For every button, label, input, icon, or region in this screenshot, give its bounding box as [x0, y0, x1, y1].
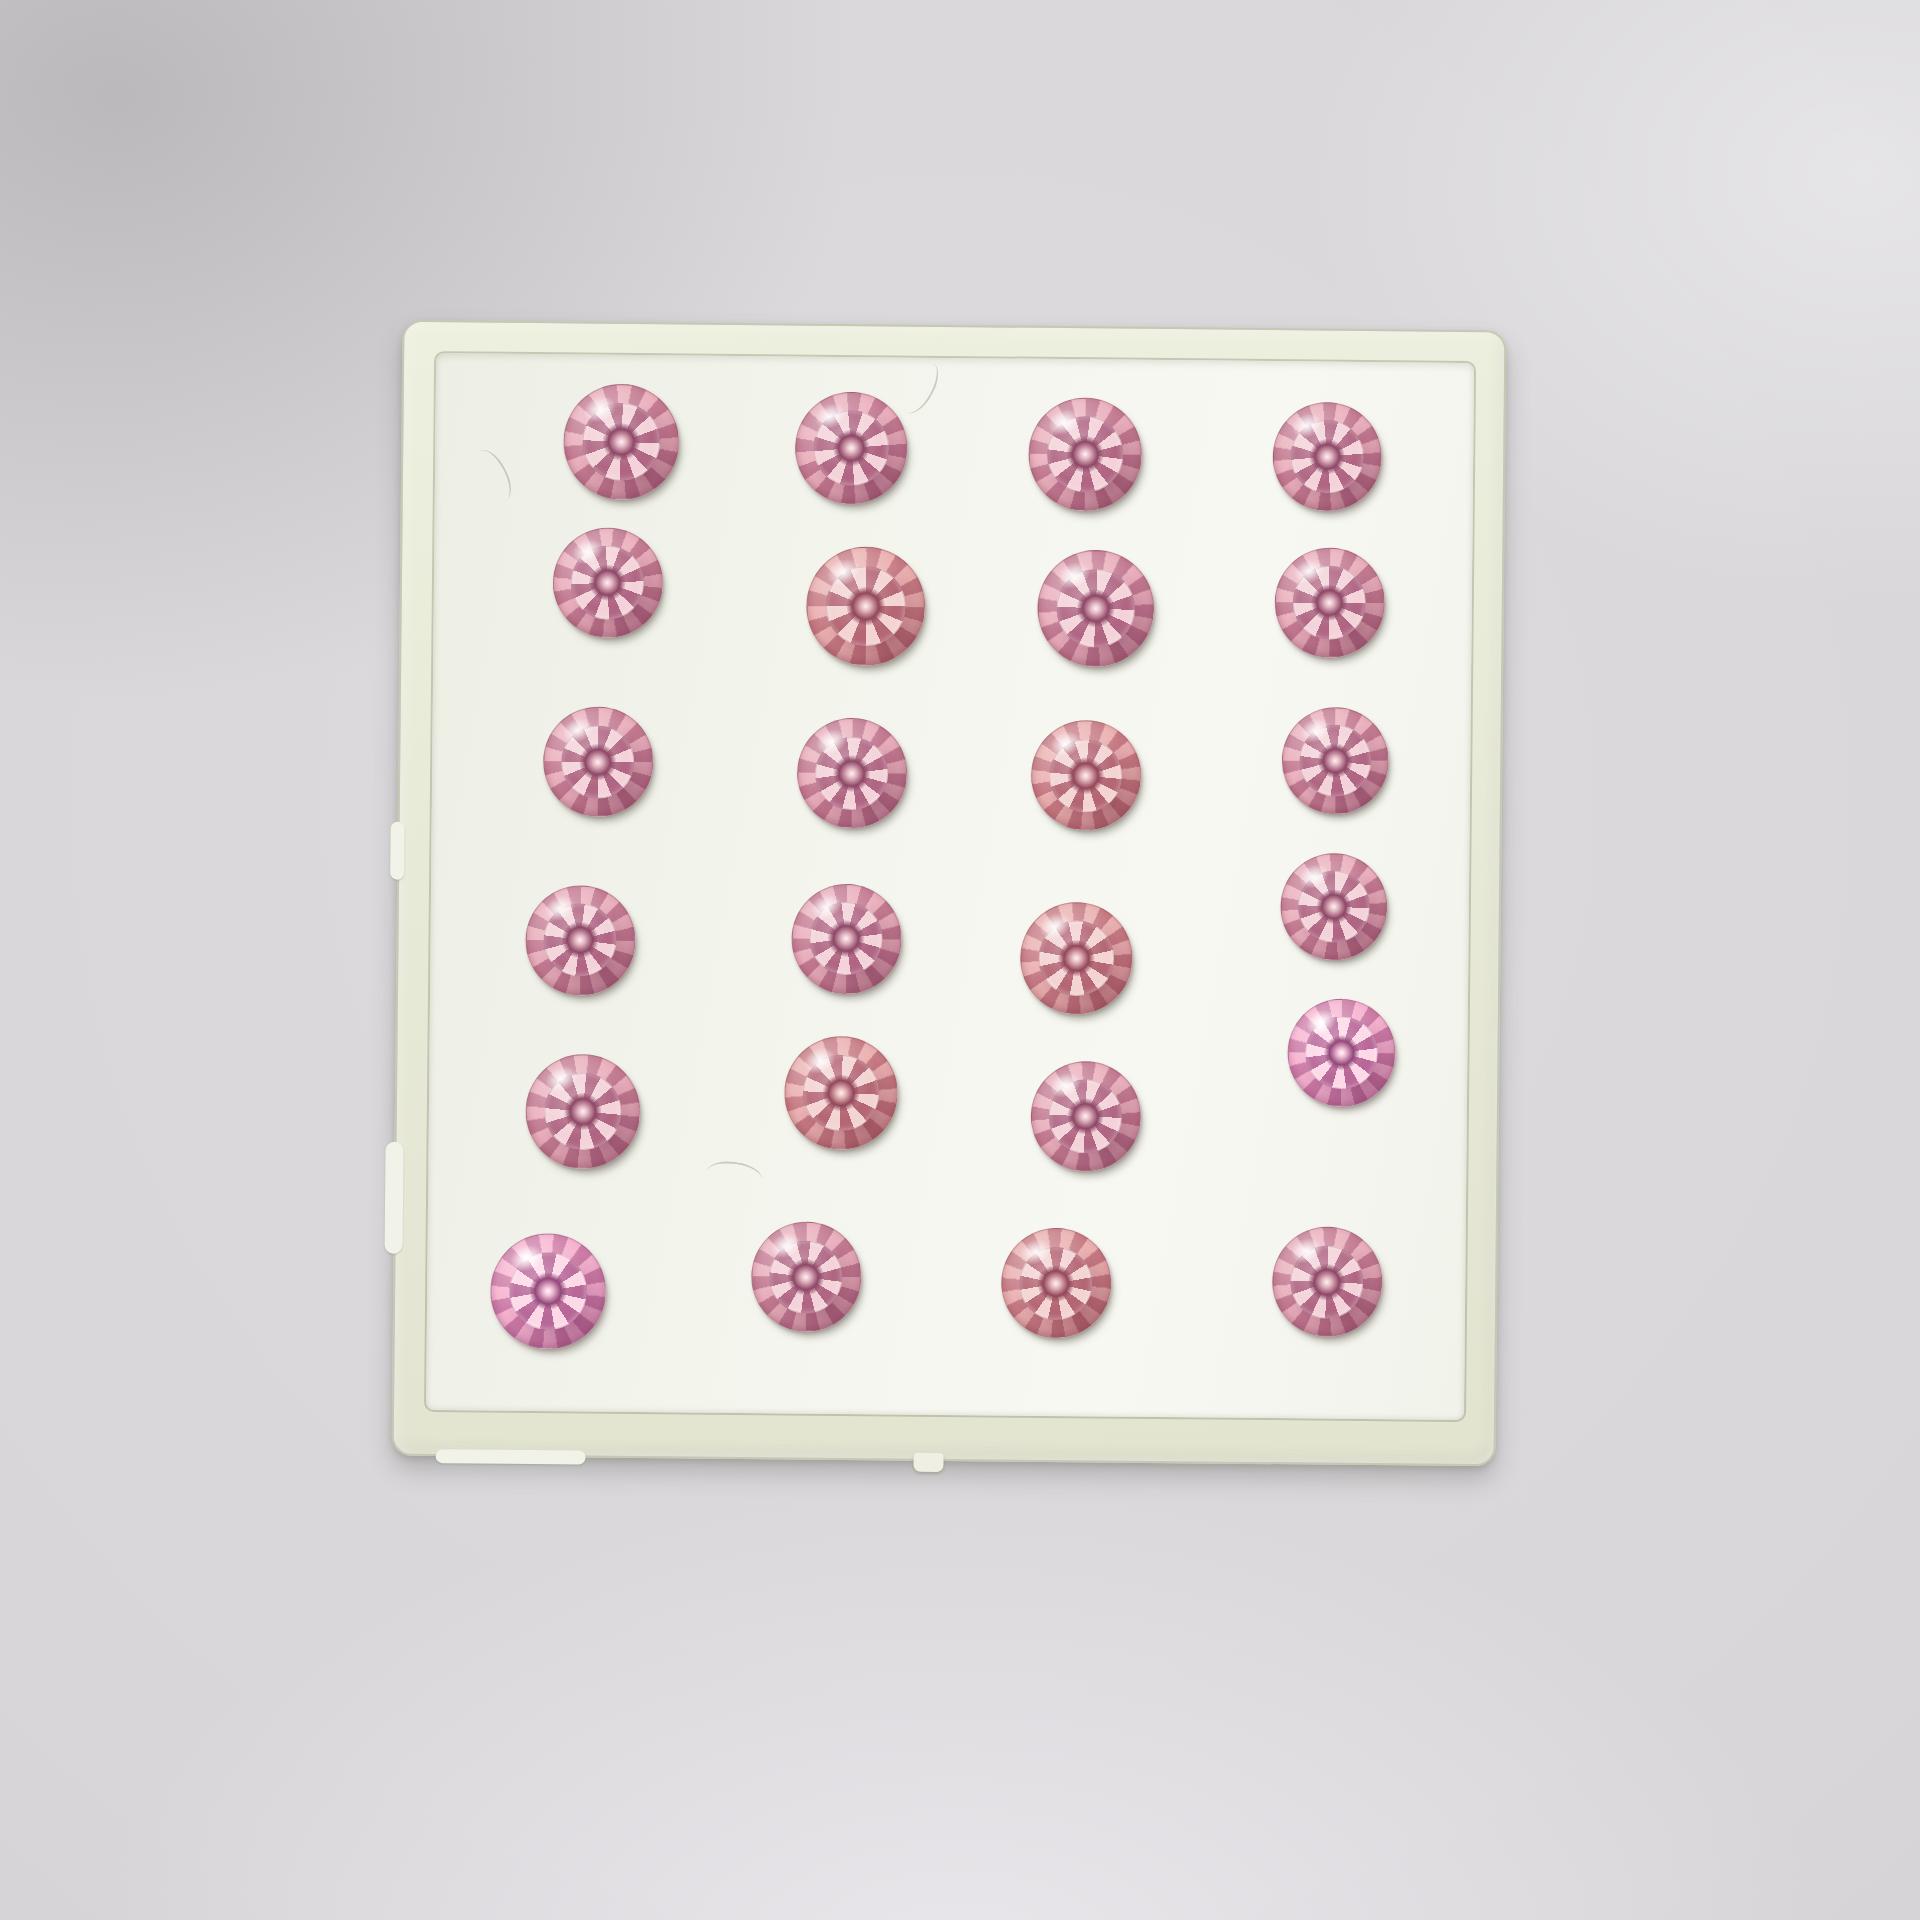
gem-culet [1308, 438, 1345, 475]
gem-stud-r2c1 [552, 527, 663, 638]
foam-insert [426, 353, 1474, 1420]
gem-stud-r2c2 [805, 546, 925, 666]
gem-stud-r4c4 [1280, 852, 1388, 960]
gem-culet [1323, 1035, 1359, 1071]
gem-culet [563, 1092, 602, 1131]
gem-grid [463, 355, 1461, 1368]
gem-culet [1076, 589, 1115, 628]
gem-culet [601, 422, 640, 461]
box-edge-chip [385, 1142, 404, 1254]
gem-stud-r3c1 [542, 706, 653, 817]
gem-stud-r1c1 [563, 383, 680, 500]
gem-stud-r1c3 [1028, 397, 1142, 511]
gem-stud-r6c3 [1000, 1228, 1111, 1339]
gem-culet [821, 1074, 859, 1112]
gem-culet [1315, 888, 1351, 924]
box-bottom-tab [913, 1453, 943, 1472]
gem-culet [1057, 939, 1095, 977]
box-edge-chip [436, 1449, 586, 1464]
gem-stud-r2c3 [1036, 550, 1154, 668]
gem-stud-r6c2 [750, 1221, 861, 1332]
gem-stud-r3c4 [1281, 707, 1389, 815]
gem-culet [832, 429, 870, 467]
gem-stud-r1c4 [1272, 401, 1382, 511]
gem-stud-r6c4 [1271, 1226, 1382, 1337]
gem-stud-r6c1 [489, 1233, 606, 1350]
gem-stud-r4c1 [525, 885, 636, 996]
gem-stud-r5c1 [525, 1054, 640, 1169]
gem-stud-r4c3 [1019, 901, 1132, 1014]
gem-stud-r4c2 [791, 883, 902, 994]
display-box [392, 320, 1507, 1467]
gem-culet [1066, 435, 1104, 473]
gem-stud-r5c3 [1030, 1061, 1141, 1172]
gem-stud-r3c2 [796, 718, 907, 829]
box-edge-chip [390, 822, 405, 880]
gem-stud-r1c2 [794, 391, 907, 504]
photo-stage [0, 0, 1920, 1920]
gem-stud-r5c4 [1287, 998, 1396, 1107]
gem-stud-r3c3 [1030, 720, 1141, 831]
gem-stud-r5c2 [783, 1036, 897, 1150]
gem-stud-r2c4 [1274, 547, 1385, 658]
